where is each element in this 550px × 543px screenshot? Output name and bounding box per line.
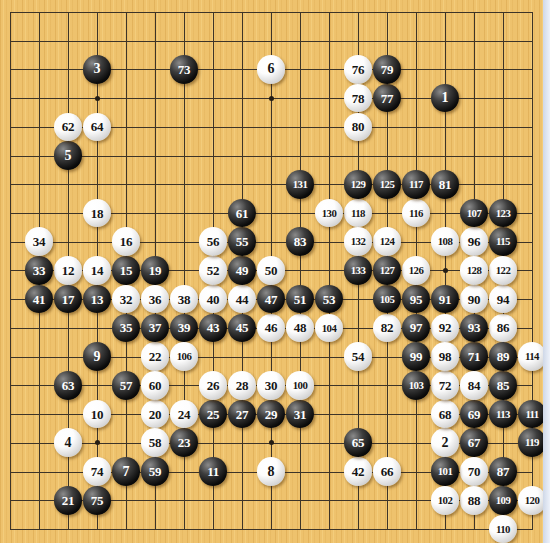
stone-move-number: 92 [439,321,451,334]
stone-73-black-G17: 73 [170,55,199,84]
stone-13-black-D9: 13 [83,285,112,314]
stone-11-black-H3: 11 [199,457,228,486]
stone-move-number: 38 [178,292,190,305]
stone-move-number: 129 [351,178,365,189]
stone-move-number: 23 [178,436,190,449]
stone-12-white-C10: 12 [54,256,83,285]
stone-move-number: 78 [352,91,364,104]
stone-move-number: 22 [149,350,161,363]
stone-102-white-Q2: 102 [431,486,460,515]
stone-82-white-O8: 82 [373,314,402,343]
stone-24-white-G5: 24 [170,400,199,429]
stone-117-black-P13: 117 [402,170,431,199]
stone-move-number: 81 [439,177,451,190]
stone-move-number: 47 [265,292,277,305]
stone-move-number: 16 [120,235,132,248]
stone-51-black-L9: 51 [286,285,315,314]
stone-3-black-D17: 3 [83,55,112,84]
stone-126-white-P10: 126 [402,256,431,285]
stone-move-number: 48 [294,321,306,334]
stone-move-number: 67 [468,436,480,449]
stone-move-number: 120 [525,494,539,505]
stone-move-number: 29 [265,407,277,420]
stone-79-black-O17: 79 [373,55,402,84]
stone-133-black-N10: 133 [344,256,373,285]
stone-65-black-N4: 65 [344,428,373,457]
stone-123-black-S12: 123 [489,199,518,228]
stone-move-number: 50 [265,263,277,276]
stone-39-black-G8: 39 [170,314,199,343]
stone-move-number: 87 [497,465,509,478]
stone-move-number: 6 [268,62,275,76]
stone-move-number: 74 [91,465,103,478]
stone-move-number: 28 [236,378,248,391]
stone-move-number: 43 [207,321,219,334]
stone-move-number: 125 [380,178,394,189]
stone-move-number: 63 [62,378,74,391]
stone-16-white-E11: 16 [112,227,141,256]
stone-110-white-S1: 110 [489,515,518,543]
stone-move-number: 73 [178,62,190,75]
stone-61-black-J12: 61 [228,199,257,228]
stone-116-white-P12: 116 [402,199,431,228]
stone-2-white-Q4: 2 [431,428,460,457]
stone-96-white-R11: 96 [460,227,489,256]
stone-28-white-J6: 28 [228,371,257,400]
stone-77-black-O16: 77 [373,84,402,113]
stone-move-number: 8 [268,464,275,478]
stone-move-number: 15 [120,263,132,276]
stone-move-number: 33 [33,263,45,276]
stone-87-black-S3: 87 [489,457,518,486]
stone-21-black-C2: 21 [54,486,83,515]
stones-layer: 1234567891011121314151617181920212223242… [0,0,547,543]
stone-69-black-R5: 69 [460,400,489,429]
stone-move-number: 35 [120,321,132,334]
stone-115-black-S11: 115 [489,227,518,256]
stone-move-number: 95 [410,292,422,305]
stone-89-black-S7: 89 [489,342,518,371]
stone-move-number: 116 [409,207,423,218]
stone-25-black-H5: 25 [199,400,228,429]
stone-move-number: 41 [33,292,45,305]
stone-move-number: 76 [352,62,364,75]
stone-move-number: 113 [496,408,510,419]
stone-move-number: 55 [236,235,248,248]
stone-44-white-J9: 44 [228,285,257,314]
stone-move-number: 89 [497,350,509,363]
stone-move-number: 20 [149,407,161,420]
stone-move-number: 18 [91,206,103,219]
stone-85-black-S6: 85 [489,371,518,400]
stone-move-number: 34 [33,235,45,248]
stone-move-number: 107 [467,207,481,218]
stone-59-black-F3: 59 [141,457,170,486]
stone-63-black-C6: 63 [54,371,83,400]
stone-80-white-N15: 80 [344,113,373,142]
stone-move-number: 62 [62,120,74,133]
stone-move-number: 71 [468,350,480,363]
stone-46-white-K8: 46 [257,314,286,343]
stone-move-number: 17 [62,292,74,305]
stone-104-white-M8: 104 [315,314,344,343]
stone-76-white-N17: 76 [344,55,373,84]
stone-move-number: 111 [525,408,538,419]
stone-101-black-Q3: 101 [431,457,460,486]
stone-98-white-Q7: 98 [431,342,460,371]
stone-move-number: 39 [178,321,190,334]
stone-move-number: 5 [65,148,72,162]
stone-move-number: 42 [352,465,364,478]
stone-move-number: 12 [62,263,74,276]
stone-125-black-O13: 125 [373,170,402,199]
stone-move-number: 115 [496,236,510,247]
stone-56-white-H11: 56 [199,227,228,256]
stone-74-white-D3: 74 [83,457,112,486]
stone-52-white-H10: 52 [199,256,228,285]
stone-23-black-G4: 23 [170,428,199,457]
stone-8-white-K3: 8 [257,457,286,486]
stone-130-white-M12: 130 [315,199,344,228]
stone-move-number: 104 [322,322,336,333]
stone-move-number: 14 [91,263,103,276]
stone-move-number: 49 [236,263,248,276]
stone-move-number: 109 [496,494,510,505]
stone-50-white-K10: 50 [257,256,286,285]
stone-36-white-F9: 36 [141,285,170,314]
stone-move-number: 46 [265,321,277,334]
stone-106-white-G7: 106 [170,342,199,371]
window-edge-strip [543,0,550,543]
stone-27-black-J5: 27 [228,400,257,429]
stone-move-number: 105 [380,293,394,304]
stone-move-number: 99 [410,350,422,363]
stone-move-number: 56 [207,235,219,248]
stone-move-number: 114 [525,351,539,362]
stone-91-black-Q9: 91 [431,285,460,314]
stone-move-number: 7 [123,464,130,478]
stone-move-number: 91 [439,292,451,305]
stone-move-number: 108 [438,236,452,247]
stone-move-number: 32 [120,292,132,305]
stone-move-number: 58 [149,436,161,449]
stone-move-number: 82 [381,321,393,334]
stone-6-white-K17: 6 [257,55,286,84]
stone-move-number: 110 [496,523,510,534]
stone-103-black-P6: 103 [402,371,431,400]
stone-move-number: 103 [409,379,423,390]
stone-97-black-P8: 97 [402,314,431,343]
stone-68-white-Q5: 68 [431,400,460,429]
stone-move-number: 13 [91,292,103,305]
stone-move-number: 128 [467,265,481,276]
stone-113-black-S5: 113 [489,400,518,429]
stone-move-number: 79 [381,62,393,75]
stone-124-white-O11: 124 [373,227,402,256]
stone-37-black-F8: 37 [141,314,170,343]
stone-95-black-P9: 95 [402,285,431,314]
stone-109-black-S2: 109 [489,486,518,515]
stone-move-number: 11 [207,465,219,478]
stone-49-black-J10: 49 [228,256,257,285]
stone-31-black-L5: 31 [286,400,315,429]
stone-move-number: 26 [207,378,219,391]
stone-99-black-P7: 99 [402,342,431,371]
stone-29-black-K5: 29 [257,400,286,429]
stone-move-number: 54 [352,350,364,363]
stone-34-white-B11: 34 [25,227,54,256]
stone-move-number: 2 [442,435,449,449]
stone-83-black-L11: 83 [286,227,315,256]
stone-48-white-L8: 48 [286,314,315,343]
stone-move-number: 27 [236,407,248,420]
stone-move-number: 52 [207,263,219,276]
stone-14-white-D10: 14 [83,256,112,285]
stone-42-white-N3: 42 [344,457,373,486]
stone-93-black-R8: 93 [460,314,489,343]
stone-45-black-J8: 45 [228,314,257,343]
stone-move-number: 123 [496,207,510,218]
stone-90-white-R9: 90 [460,285,489,314]
stone-4-white-C4: 4 [54,428,83,457]
stone-108-white-Q11: 108 [431,227,460,256]
stone-move-number: 106 [177,351,191,362]
stone-move-number: 86 [497,321,509,334]
stone-84-white-R6: 84 [460,371,489,400]
stone-move-number: 57 [120,378,132,391]
stone-move-number: 88 [468,493,480,506]
stone-100-white-L6: 100 [286,371,315,400]
stone-move-number: 31 [294,407,306,420]
stone-62-white-C15: 62 [54,113,83,142]
stone-move-number: 36 [149,292,161,305]
stone-move-number: 94 [497,292,509,305]
go-board[interactable]: 1234567891011121314151617181920212223242… [0,0,550,543]
stone-move-number: 9 [94,349,101,363]
stone-move-number: 70 [468,465,480,478]
stone-132-white-N11: 132 [344,227,373,256]
stone-131-black-L13: 131 [286,170,315,199]
stone-move-number: 77 [381,91,393,104]
stone-5-black-C14: 5 [54,141,83,170]
stone-move-number: 65 [352,436,364,449]
stone-move-number: 117 [409,178,423,189]
stone-move-number: 97 [410,321,422,334]
stone-119-black-T4: 119 [518,428,547,457]
stone-move-number: 85 [497,378,509,391]
stone-70-white-R3: 70 [460,457,489,486]
stone-57-black-E6: 57 [112,371,141,400]
stone-move-number: 3 [94,62,101,76]
stone-move-number: 24 [178,407,190,420]
stone-move-number: 69 [468,407,480,420]
stone-94-white-S9: 94 [489,285,518,314]
stone-81-black-Q13: 81 [431,170,460,199]
stone-88-white-R2: 88 [460,486,489,515]
stone-120-white-T2: 120 [518,486,547,515]
stone-22-white-F7: 22 [141,342,170,371]
stone-75-black-D2: 75 [83,486,112,515]
stone-7-black-E3: 7 [112,457,141,486]
stone-127-black-O10: 127 [373,256,402,285]
stone-move-number: 96 [468,235,480,248]
stone-move-number: 132 [351,236,365,247]
stone-move-number: 68 [439,407,451,420]
stone-26-white-H6: 26 [199,371,228,400]
stone-67-black-R4: 67 [460,428,489,457]
stone-60-white-F6: 60 [141,371,170,400]
stone-18-white-D12: 18 [83,199,112,228]
stone-105-black-O9: 105 [373,285,402,314]
stone-move-number: 100 [293,379,307,390]
stone-move-number: 4 [65,435,72,449]
stone-118-white-N12: 118 [344,199,373,228]
stone-move-number: 40 [207,292,219,305]
stone-move-number: 130 [322,207,336,218]
stone-move-number: 102 [438,494,452,505]
stone-72-white-Q6: 72 [431,371,460,400]
stone-9-black-D7: 9 [83,342,112,371]
stone-41-black-B9: 41 [25,285,54,314]
stone-10-white-D5: 10 [83,400,112,429]
stone-64-white-D15: 64 [83,113,112,142]
stone-move-number: 51 [294,292,306,305]
stone-move-number: 122 [496,265,510,276]
stone-17-black-C9: 17 [54,285,83,314]
stone-128-white-R10: 128 [460,256,489,285]
stone-move-number: 119 [525,437,539,448]
stone-move-number: 118 [351,207,365,218]
stone-53-black-M9: 53 [315,285,344,314]
stone-30-white-K6: 30 [257,371,286,400]
stone-move-number: 84 [468,378,480,391]
stone-move-number: 75 [91,493,103,506]
stone-129-black-N13: 129 [344,170,373,199]
stone-move-number: 131 [293,178,307,189]
stone-107-black-R12: 107 [460,199,489,228]
stone-15-black-E10: 15 [112,256,141,285]
stone-move-number: 98 [439,350,451,363]
stone-move-number: 37 [149,321,161,334]
stone-move-number: 45 [236,321,248,334]
stone-move-number: 90 [468,292,480,305]
stone-move-number: 61 [236,206,248,219]
stone-40-white-H9: 40 [199,285,228,314]
stone-66-white-O3: 66 [373,457,402,486]
stone-19-black-F10: 19 [141,256,170,285]
stone-111-black-T5: 111 [518,400,547,429]
stone-move-number: 93 [468,321,480,334]
stone-35-black-E8: 35 [112,314,141,343]
stone-54-white-N7: 54 [344,342,373,371]
stone-move-number: 80 [352,120,364,133]
stone-move-number: 44 [236,292,248,305]
stone-move-number: 101 [438,466,452,477]
stone-92-white-Q8: 92 [431,314,460,343]
stone-20-white-F5: 20 [141,400,170,429]
stone-38-white-G9: 38 [170,285,199,314]
stone-1-black-Q16: 1 [431,84,460,113]
stone-47-black-K9: 47 [257,285,286,314]
stone-move-number: 127 [380,265,394,276]
stone-move-number: 10 [91,407,103,420]
stone-move-number: 124 [380,236,394,247]
stone-move-number: 21 [62,493,74,506]
stone-move-number: 64 [91,120,103,133]
stone-78-white-N16: 78 [344,84,373,113]
stone-move-number: 30 [265,378,277,391]
stone-move-number: 59 [149,465,161,478]
stone-move-number: 72 [439,378,451,391]
stone-move-number: 83 [294,235,306,248]
stone-33-black-B10: 33 [25,256,54,285]
stone-move-number: 133 [351,265,365,276]
stone-43-black-H8: 43 [199,314,228,343]
stone-move-number: 1 [442,91,449,105]
stone-move-number: 19 [149,263,161,276]
stone-move-number: 25 [207,407,219,420]
stone-114-white-T7: 114 [518,342,547,371]
stone-move-number: 60 [149,378,161,391]
stone-move-number: 53 [323,292,335,305]
stone-86-white-S8: 86 [489,314,518,343]
stone-122-white-S10: 122 [489,256,518,285]
stone-58-white-F4: 58 [141,428,170,457]
stone-71-black-R7: 71 [460,342,489,371]
stone-move-number: 126 [409,265,423,276]
stone-move-number: 66 [381,465,393,478]
stone-55-black-J11: 55 [228,227,257,256]
stone-32-white-E9: 32 [112,285,141,314]
